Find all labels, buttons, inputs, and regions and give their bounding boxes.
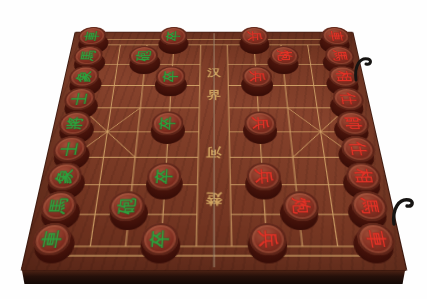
- piece-glyph-仕: 仕: [348, 142, 369, 156]
- piece-glyph-兵: 兵: [249, 71, 266, 82]
- piece-glyph-相: 相: [335, 71, 353, 82]
- piece-glyph-卒: 卒: [149, 230, 170, 248]
- piece-glyph-相: 相: [353, 169, 375, 184]
- piece-glyph-士: 士: [70, 93, 89, 105]
- piece-glyph-仕: 仕: [339, 93, 358, 105]
- piece-glyph-兵: 兵: [254, 169, 274, 184]
- piece-top-face: 兵: [244, 111, 277, 135]
- piece-glyph-卒: 卒: [165, 31, 181, 41]
- piece-glyph-卒: 卒: [162, 71, 179, 82]
- piece-glyph-馬: 馬: [359, 198, 382, 214]
- piece-glyph-馬: 馬: [331, 50, 349, 61]
- piece-r-soldier-1[interactable]: 兵: [240, 36, 268, 54]
- piece-glyph-象: 象: [74, 71, 92, 82]
- piece-glyph-卒: 卒: [158, 116, 176, 129]
- piece-glyph-馬: 馬: [79, 50, 97, 61]
- piece-glyph-象: 象: [53, 169, 75, 184]
- piece-g-soldier-5[interactable]: 卒: [142, 231, 180, 263]
- piece-r-soldier-5[interactable]: 兵: [248, 231, 286, 263]
- piece-glyph-馬: 馬: [47, 198, 70, 214]
- piece-glyph-砲: 砲: [117, 198, 138, 214]
- piece-glyph-車: 車: [40, 230, 64, 248]
- piece-glyph-兵: 兵: [247, 31, 263, 41]
- piece-top-face: 兵: [242, 66, 273, 87]
- piece-glyph-車: 車: [83, 31, 100, 41]
- river-char-汉: 汉: [200, 67, 228, 79]
- piece-r-soldier-2[interactable]: 兵: [242, 76, 272, 97]
- metal-clasp-lower: [390, 194, 416, 226]
- piece-glyph-卒: 卒: [154, 169, 174, 184]
- xiangqi-board: 汉界河楚 車馬象士將士象馬車砲砲卒卒卒卒卒兵兵兵兵兵炮炮車馬相仕帥仕相馬車: [20, 32, 407, 271]
- piece-glyph-車: 車: [328, 31, 345, 41]
- piece-glyph-兵: 兵: [251, 116, 269, 129]
- piece-glyph-車: 車: [365, 230, 389, 248]
- product-photo-stage: 汉界河楚 車馬象士將士象馬車砲砲卒卒卒卒卒兵兵兵兵兵炮炮車馬相仕帥仕相馬車: [0, 0, 427, 299]
- piece-r-soldier-3[interactable]: 兵: [244, 120, 277, 144]
- piece-glyph-兵: 兵: [258, 230, 279, 248]
- piece-glyph-炮: 炮: [290, 198, 311, 214]
- piece-glyph-士: 士: [59, 142, 80, 156]
- metal-clasp-upper: [352, 54, 374, 82]
- piece-glyph-炮: 炮: [276, 50, 293, 61]
- piece-top-face: 兵: [241, 27, 270, 45]
- piece-glyph-砲: 砲: [135, 50, 152, 61]
- river-char-界: 界: [200, 89, 229, 102]
- piece-g-soldier-4[interactable]: 卒: [147, 172, 182, 199]
- piece-r-cannon-b[interactable]: 炮: [280, 200, 318, 230]
- piece-r-soldier-4[interactable]: 兵: [246, 172, 281, 199]
- piece-glyph-將: 將: [64, 116, 84, 129]
- piece-glyph-帥: 帥: [344, 116, 364, 129]
